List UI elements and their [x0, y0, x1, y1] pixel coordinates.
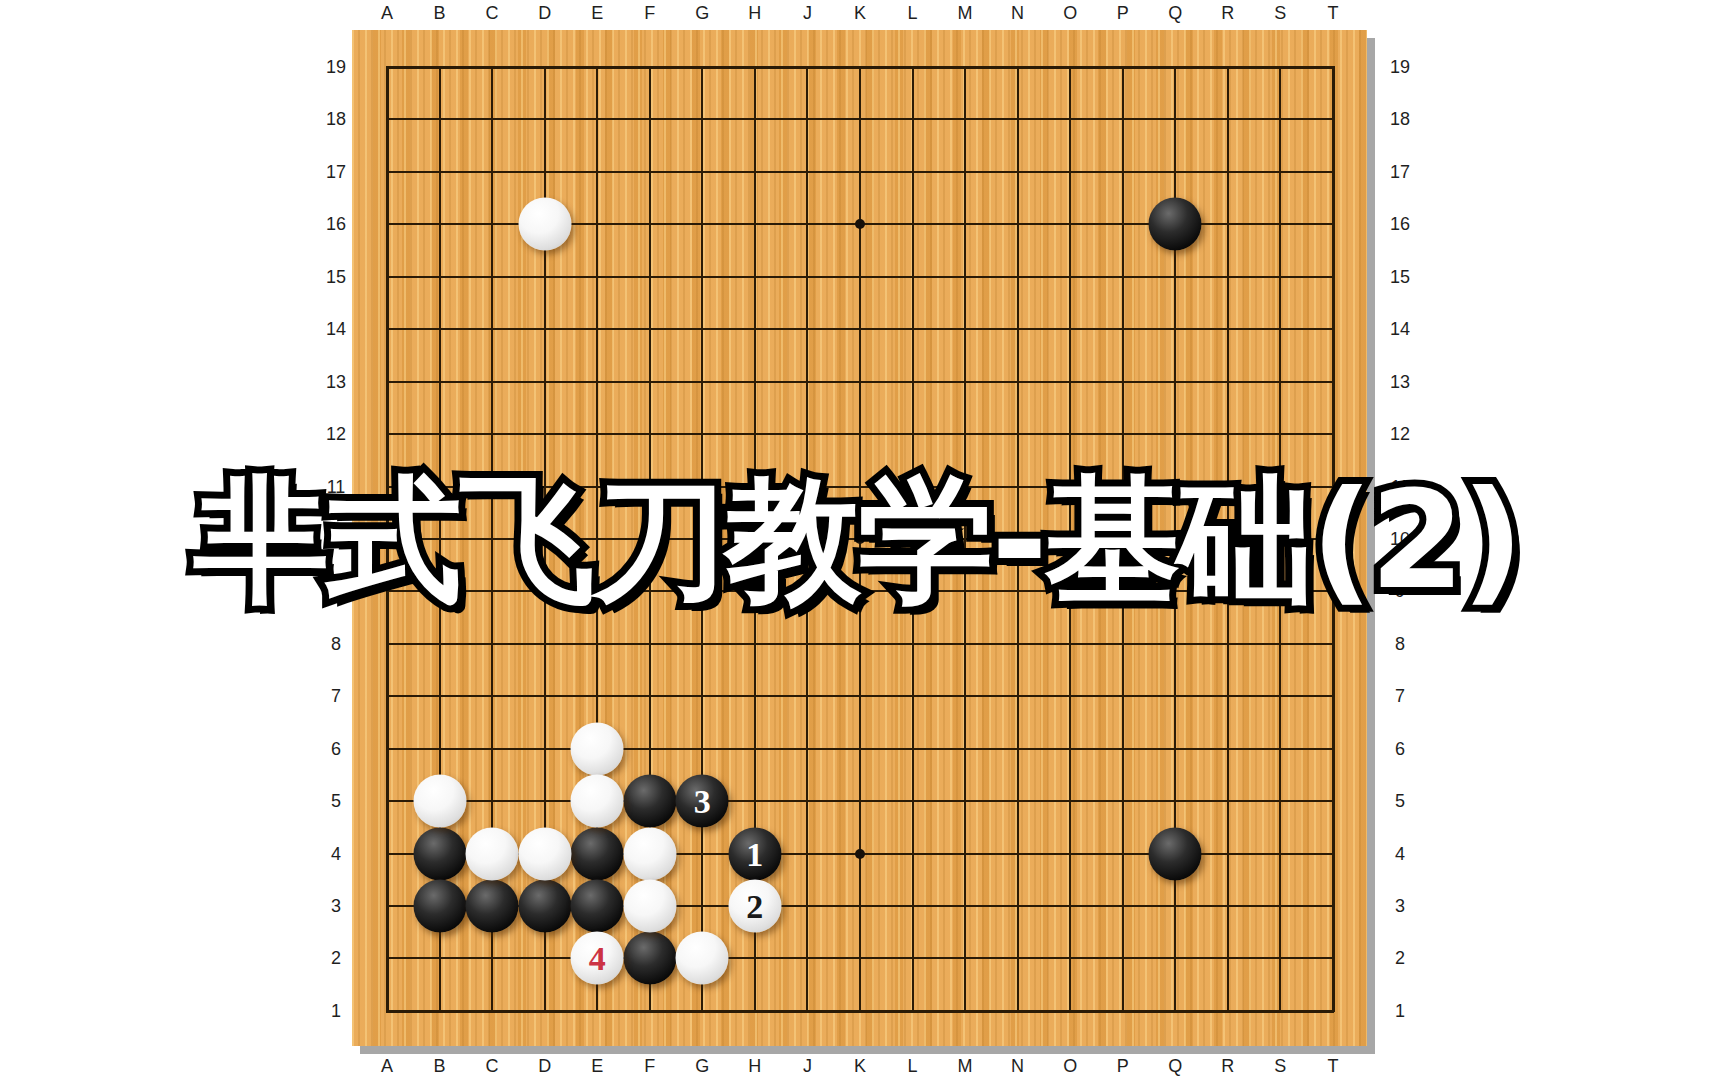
- black-stone: [571, 880, 624, 933]
- row-label-left: 1: [331, 1002, 341, 1020]
- column-label-top: C: [486, 4, 499, 22]
- black-stone: [1149, 198, 1202, 251]
- white-stone: [623, 880, 676, 933]
- row-label-left: 4: [331, 845, 341, 863]
- row-label-left: 12: [326, 425, 346, 443]
- board-grid-line: [386, 643, 1334, 645]
- black-stone: [466, 880, 519, 933]
- black-stone: 3: [676, 775, 729, 828]
- column-label-top: E: [591, 4, 603, 22]
- move-number-label: 3: [694, 775, 711, 828]
- column-label-bottom: O: [1063, 1057, 1077, 1075]
- row-label-right: 1: [1395, 1002, 1405, 1020]
- column-label-top: F: [644, 4, 655, 22]
- row-label-right: 19: [1390, 58, 1410, 76]
- row-label-left: 18: [326, 110, 346, 128]
- white-stone: [623, 827, 676, 880]
- star-point: [855, 849, 865, 859]
- black-stone: [518, 880, 571, 933]
- row-label-left: 13: [326, 373, 346, 391]
- black-stone: [413, 827, 466, 880]
- row-label-right: 13: [1390, 373, 1410, 391]
- row-label-right: 12: [1390, 425, 1410, 443]
- column-label-bottom: S: [1274, 1057, 1286, 1075]
- black-stone: [623, 775, 676, 828]
- column-label-top: N: [1011, 4, 1024, 22]
- column-label-top: P: [1117, 4, 1129, 22]
- page: AABBCCDDEEFFGGHHJJKKLLMMNNOOPPQQRRSSTT19…: [0, 0, 1728, 1080]
- move-number-label: 1: [746, 827, 763, 880]
- row-label-right: 6: [1395, 740, 1405, 758]
- row-label-right: 5: [1395, 792, 1405, 810]
- white-stone: [571, 775, 624, 828]
- column-label-top: Q: [1168, 4, 1182, 22]
- column-label-bottom: A: [381, 1057, 393, 1075]
- row-label-left: 2: [331, 949, 341, 967]
- row-label-right: 18: [1390, 110, 1410, 128]
- column-label-bottom: J: [803, 1057, 812, 1075]
- row-label-left: 17: [326, 163, 346, 181]
- column-label-top: R: [1221, 4, 1234, 22]
- row-label-left: 19: [326, 58, 346, 76]
- column-label-bottom: C: [486, 1057, 499, 1075]
- white-stone: [466, 827, 519, 880]
- column-label-top: H: [748, 4, 761, 22]
- white-stone: [676, 932, 729, 985]
- column-label-top: J: [803, 4, 812, 22]
- row-label-left: 5: [331, 792, 341, 810]
- move-number-label: 4: [589, 932, 606, 985]
- board-grid-line: [386, 1010, 1334, 1013]
- row-label-left: 7: [331, 687, 341, 705]
- column-label-top: D: [538, 4, 551, 22]
- move-number-label: 2: [746, 880, 763, 933]
- column-label-bottom: N: [1011, 1057, 1024, 1075]
- column-label-top: O: [1063, 4, 1077, 22]
- row-label-right: 15: [1390, 268, 1410, 286]
- title-overlay: 芈式飞刀教学-基础(2): [193, 450, 1520, 633]
- column-label-bottom: P: [1117, 1057, 1129, 1075]
- column-label-bottom: T: [1327, 1057, 1338, 1075]
- white-stone: 2: [728, 880, 781, 933]
- column-label-bottom: M: [958, 1057, 973, 1075]
- column-label-bottom: E: [591, 1057, 603, 1075]
- column-label-bottom: L: [907, 1057, 917, 1075]
- column-label-bottom: R: [1221, 1057, 1234, 1075]
- column-label-top: L: [907, 4, 917, 22]
- star-point: [855, 219, 865, 229]
- white-stone: 4: [571, 932, 624, 985]
- row-label-left: 8: [331, 635, 341, 653]
- row-label-right: 16: [1390, 215, 1410, 233]
- white-stone: [571, 722, 624, 775]
- column-label-top: B: [434, 4, 446, 22]
- row-label-right: 17: [1390, 163, 1410, 181]
- row-label-right: 3: [1395, 897, 1405, 915]
- column-label-top: A: [381, 4, 393, 22]
- white-stone: [518, 827, 571, 880]
- board-grid-line: [386, 957, 1334, 959]
- black-stone: 1: [728, 827, 781, 880]
- row-label-left: 14: [326, 320, 346, 338]
- board-grid-line: [386, 695, 1334, 697]
- column-label-top: T: [1327, 4, 1338, 22]
- column-label-bottom: D: [538, 1057, 551, 1075]
- column-label-top: G: [695, 4, 709, 22]
- column-label-bottom: B: [434, 1057, 446, 1075]
- column-label-top: M: [958, 4, 973, 22]
- row-label-left: 3: [331, 897, 341, 915]
- column-label-bottom: H: [748, 1057, 761, 1075]
- black-stone: [1149, 827, 1202, 880]
- black-stone: [413, 880, 466, 933]
- row-label-left: 6: [331, 740, 341, 758]
- row-label-right: 2: [1395, 949, 1405, 967]
- column-label-bottom: Q: [1168, 1057, 1182, 1075]
- row-label-right: 4: [1395, 845, 1405, 863]
- column-label-bottom: K: [854, 1057, 866, 1075]
- black-stone: [571, 827, 624, 880]
- row-label-left: 15: [326, 268, 346, 286]
- row-label-right: 14: [1390, 320, 1410, 338]
- row-label-left: 16: [326, 215, 346, 233]
- column-label-top: S: [1274, 4, 1286, 22]
- column-label-bottom: G: [695, 1057, 709, 1075]
- black-stone: [623, 932, 676, 985]
- board-grid-line: [386, 800, 1334, 802]
- row-label-right: 7: [1395, 687, 1405, 705]
- white-stone: [413, 775, 466, 828]
- column-label-bottom: F: [644, 1057, 655, 1075]
- board-grid-line: [386, 748, 1334, 750]
- row-label-right: 8: [1395, 635, 1405, 653]
- column-label-top: K: [854, 4, 866, 22]
- white-stone: [518, 198, 571, 251]
